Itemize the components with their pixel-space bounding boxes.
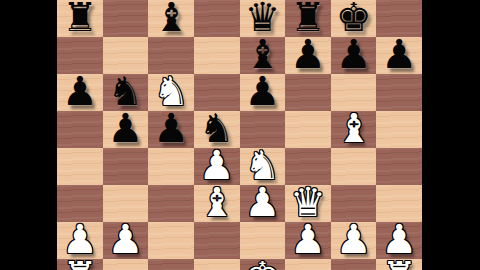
black-pawn-g7[interactable]: ♟ [336,34,372,74]
chess-board: ♜♝♛♜♚♝♟♟♟♟♞♞♟♟♟♞♝♟♞♝♟♛♟♟♟♟♟♜♚♜ [57,0,422,270]
square-g2[interactable]: ♟ [331,222,377,259]
white-pawn-e3[interactable]: ♟ [244,182,280,222]
square-a1[interactable]: ♜ [57,259,103,270]
black-rook-a8[interactable]: ♜ [62,0,98,37]
square-d2[interactable] [194,222,240,259]
black-pawn-f7[interactable]: ♟ [290,34,326,74]
square-d7[interactable] [194,37,240,74]
square-h7[interactable]: ♟ [376,37,422,74]
square-h5[interactable] [376,111,422,148]
square-h1[interactable]: ♜ [376,259,422,270]
black-pawn-a6[interactable]: ♟ [62,71,98,111]
square-b8[interactable] [103,0,149,37]
square-f2[interactable]: ♟ [285,222,331,259]
square-f7[interactable]: ♟ [285,37,331,74]
square-g7[interactable]: ♟ [331,37,377,74]
black-pawn-b5[interactable]: ♟ [108,108,144,148]
black-pawn-c5[interactable]: ♟ [153,108,189,148]
white-bishop-d3[interactable]: ♝ [199,182,235,222]
square-b2[interactable]: ♟ [103,222,149,259]
square-d8[interactable] [194,0,240,37]
black-pawn-e6[interactable]: ♟ [244,71,280,111]
square-a4[interactable] [57,148,103,185]
square-c4[interactable] [148,148,194,185]
square-d3[interactable]: ♝ [194,185,240,222]
square-e6[interactable]: ♟ [240,74,286,111]
square-f6[interactable] [285,74,331,111]
square-a8[interactable]: ♜ [57,0,103,37]
square-b5[interactable]: ♟ [103,111,149,148]
square-a6[interactable]: ♟ [57,74,103,111]
square-c2[interactable] [148,222,194,259]
square-c5[interactable]: ♟ [148,111,194,148]
square-g4[interactable] [331,148,377,185]
black-pawn-h7[interactable]: ♟ [381,34,417,74]
square-g5[interactable]: ♝ [331,111,377,148]
square-a5[interactable] [57,111,103,148]
square-e1[interactable]: ♚ [240,259,286,270]
square-c3[interactable] [148,185,194,222]
black-bishop-c8[interactable]: ♝ [153,0,189,37]
square-f5[interactable] [285,111,331,148]
chess-app-screen: ♜♝♛♜♚♝♟♟♟♟♞♞♟♟♟♞♝♟♞♝♟♛♟♟♟♟♟♜♚♜ [0,0,480,270]
square-e3[interactable]: ♟ [240,185,286,222]
square-h6[interactable] [376,74,422,111]
square-b4[interactable] [103,148,149,185]
white-king-e1[interactable]: ♚ [244,256,280,270]
square-c1[interactable] [148,259,194,270]
white-rook-h1[interactable]: ♜ [381,256,417,270]
white-bishop-g5[interactable]: ♝ [336,108,372,148]
white-pawn-b2[interactable]: ♟ [108,219,144,259]
square-h4[interactable] [376,148,422,185]
white-pawn-g2[interactable]: ♟ [336,219,372,259]
square-c8[interactable]: ♝ [148,0,194,37]
white-pawn-f2[interactable]: ♟ [290,219,326,259]
white-rook-a1[interactable]: ♜ [62,256,98,270]
square-d1[interactable] [194,259,240,270]
